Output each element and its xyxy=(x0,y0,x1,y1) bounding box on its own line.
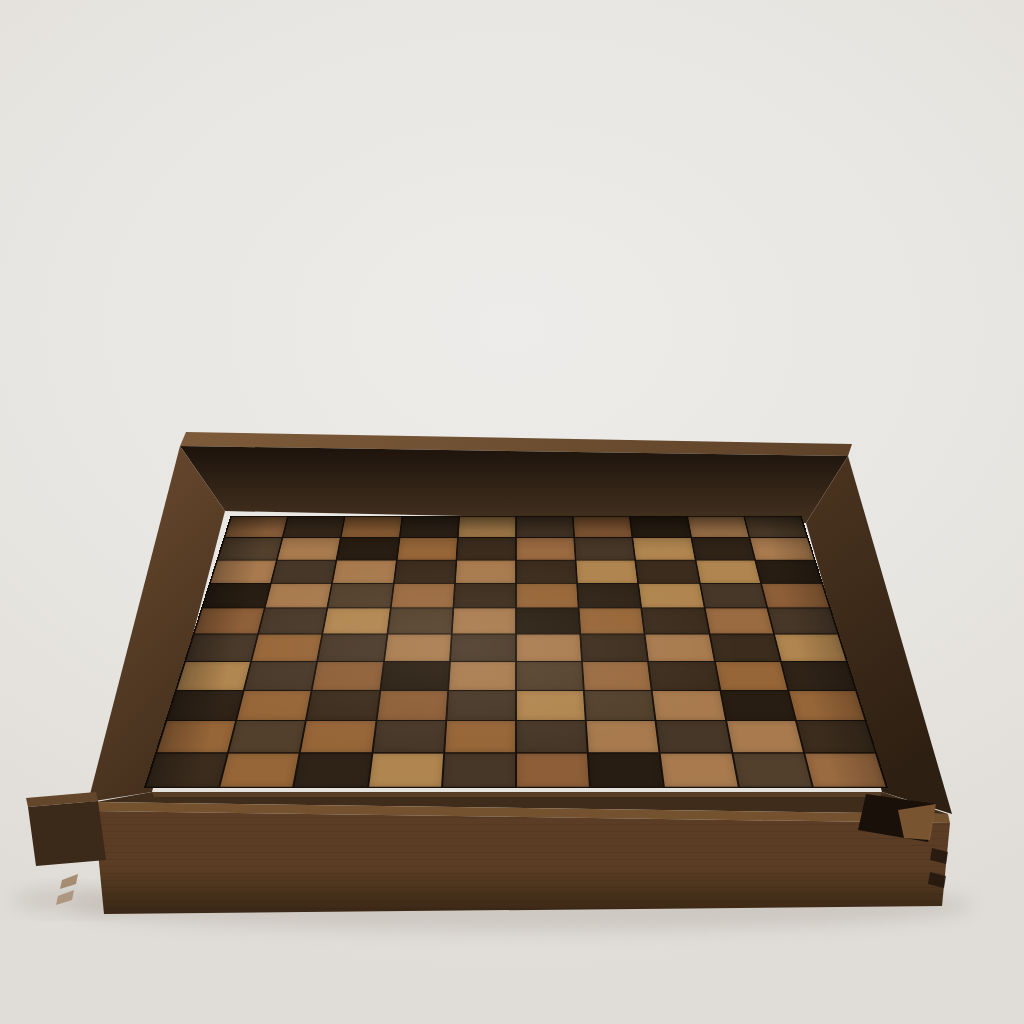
board-square xyxy=(750,538,814,560)
board-square xyxy=(587,721,659,752)
board-square xyxy=(324,609,390,634)
board-square xyxy=(284,517,345,538)
board-square xyxy=(642,609,708,634)
board-square xyxy=(295,754,371,787)
board-square xyxy=(381,662,449,690)
product-photo-scene xyxy=(0,0,1024,1024)
board-square xyxy=(633,538,694,560)
board-square xyxy=(397,538,456,560)
board-square xyxy=(661,754,737,787)
board-square xyxy=(589,754,663,787)
board-square xyxy=(458,517,515,538)
board-square xyxy=(338,538,399,560)
board-square xyxy=(218,538,282,560)
board-square xyxy=(266,584,332,608)
board-square xyxy=(146,754,226,787)
board-square xyxy=(203,584,270,608)
board-square xyxy=(653,691,725,720)
board-square xyxy=(394,560,455,583)
board-square xyxy=(245,662,316,690)
board-square xyxy=(329,584,393,608)
board-square xyxy=(333,560,395,583)
board-square xyxy=(636,560,698,583)
board-square xyxy=(225,517,287,538)
board-square xyxy=(805,754,885,787)
board-square xyxy=(229,721,305,752)
board-square xyxy=(756,560,821,583)
dovetail-mark-left xyxy=(60,874,78,889)
board-square xyxy=(575,538,634,560)
board-square xyxy=(581,635,647,661)
compartment-floor xyxy=(898,804,936,840)
board-square xyxy=(692,538,754,560)
board-square xyxy=(307,691,379,720)
board-square xyxy=(727,721,803,752)
board-square xyxy=(167,691,242,720)
board-square xyxy=(585,691,655,720)
board-square xyxy=(391,584,454,608)
board-square xyxy=(449,662,515,690)
board-square xyxy=(705,609,772,634)
board-square xyxy=(452,609,515,634)
board-square xyxy=(649,662,719,690)
front-track-highlight xyxy=(152,792,882,797)
board-square xyxy=(583,662,651,690)
board-square xyxy=(278,538,340,560)
board-square xyxy=(385,635,451,661)
board-square xyxy=(721,691,795,720)
board-square xyxy=(517,538,575,560)
board-square xyxy=(157,721,235,752)
board-square xyxy=(195,609,264,634)
board-square xyxy=(646,635,714,661)
board-square xyxy=(710,635,779,661)
board-square xyxy=(454,584,515,608)
board-square xyxy=(301,721,375,752)
board-square xyxy=(797,721,875,752)
board-square xyxy=(577,560,638,583)
board-square xyxy=(517,691,585,720)
board-square xyxy=(688,517,749,538)
board-square xyxy=(252,635,321,661)
board-square xyxy=(400,517,458,538)
board-square xyxy=(177,662,250,690)
board-square xyxy=(388,609,452,634)
board-square xyxy=(369,754,443,787)
board-square xyxy=(762,584,829,608)
board-square xyxy=(768,609,837,634)
back-rail-face xyxy=(180,446,848,523)
board-square xyxy=(313,662,383,690)
board-square xyxy=(517,754,589,787)
board-square xyxy=(716,662,787,690)
board-square xyxy=(445,721,515,752)
board-square xyxy=(457,538,515,560)
board-square xyxy=(696,560,760,583)
board-square xyxy=(259,609,326,634)
board-square xyxy=(517,609,580,634)
board-square xyxy=(517,721,587,752)
board-square xyxy=(578,584,641,608)
board-square xyxy=(211,560,276,583)
board-square xyxy=(237,691,311,720)
board-square xyxy=(443,754,515,787)
board-square xyxy=(517,584,578,608)
board-square xyxy=(377,691,447,720)
board-square xyxy=(456,560,516,583)
board-square xyxy=(373,721,445,752)
board-square xyxy=(745,517,807,538)
board-square xyxy=(447,691,515,720)
board-square xyxy=(517,635,581,661)
board-square xyxy=(574,517,632,538)
board-square xyxy=(789,691,864,720)
board-square xyxy=(342,517,401,538)
board-square xyxy=(517,560,577,583)
board-square xyxy=(775,635,846,661)
board-square xyxy=(631,517,690,538)
checkerboard-grid xyxy=(144,516,888,788)
board-square xyxy=(221,754,299,787)
slider-cap-face xyxy=(28,801,106,866)
board-square xyxy=(639,584,703,608)
board-square xyxy=(580,609,644,634)
board-square xyxy=(451,635,515,661)
board-square xyxy=(517,662,583,690)
apron-grain-texture xyxy=(94,811,950,914)
game-board-photo xyxy=(0,0,1024,1024)
board-square xyxy=(318,635,386,661)
checkerboard xyxy=(144,516,888,788)
board-square xyxy=(186,635,257,661)
board-square xyxy=(517,517,574,538)
board-square xyxy=(657,721,731,752)
board-square xyxy=(272,560,336,583)
board-square xyxy=(701,584,767,608)
board-square xyxy=(733,754,811,787)
board-square xyxy=(782,662,855,690)
